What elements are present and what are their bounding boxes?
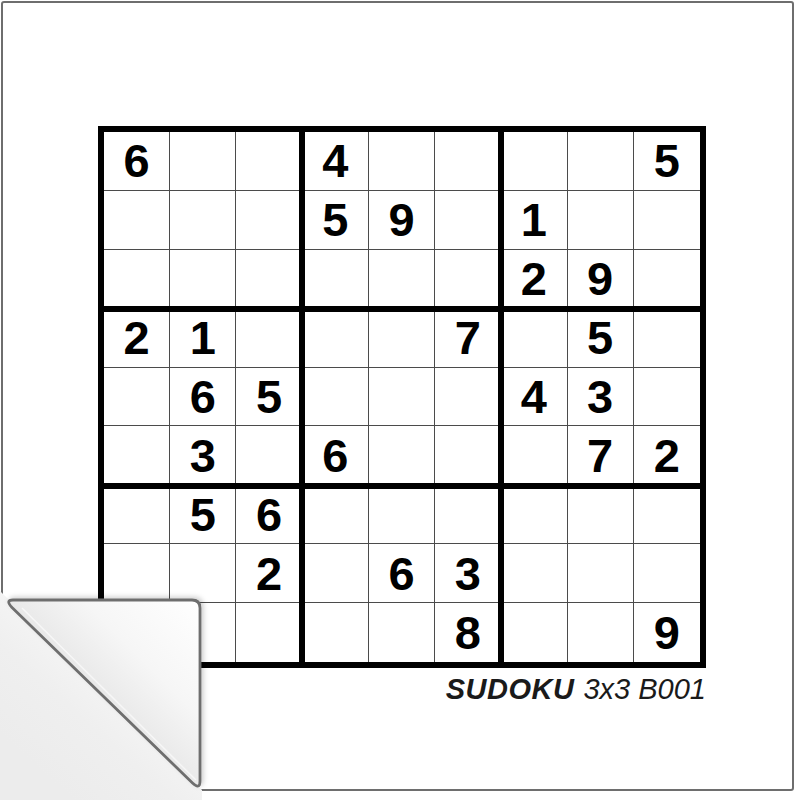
cell-r7c7[interactable] — [501, 485, 567, 544]
cell-r7c8[interactable] — [568, 485, 634, 544]
block-separator-horizontal-1 — [98, 306, 706, 312]
cell-r5c7[interactable]: 4 — [501, 368, 567, 427]
cell-r7c9[interactable] — [634, 485, 700, 544]
cell-r9c1[interactable] — [104, 603, 170, 662]
cell-r5c4[interactable] — [303, 368, 369, 427]
cell-r8c9[interactable] — [634, 544, 700, 603]
cell-r9c5[interactable] — [369, 603, 435, 662]
cell-r4c8[interactable]: 5 — [568, 309, 634, 368]
cell-r3c7[interactable]: 2 — [501, 250, 567, 309]
cell-r1c7[interactable] — [501, 132, 567, 191]
cell-r9c4[interactable] — [303, 603, 369, 662]
cell-r5c6[interactable] — [435, 368, 501, 427]
cell-r1c9[interactable]: 5 — [634, 132, 700, 191]
cell-r1c3[interactable] — [236, 132, 302, 191]
cell-r6c7[interactable] — [501, 426, 567, 485]
cell-r3c2[interactable] — [170, 250, 236, 309]
cell-r3c5[interactable] — [369, 250, 435, 309]
cell-r3c6[interactable] — [435, 250, 501, 309]
cell-r6c6[interactable] — [435, 426, 501, 485]
cell-r5c5[interactable] — [369, 368, 435, 427]
cell-r2c9[interactable] — [634, 191, 700, 250]
cell-r7c4[interactable] — [303, 485, 369, 544]
cell-r2c3[interactable] — [236, 191, 302, 250]
cell-r8c3[interactable]: 2 — [236, 544, 302, 603]
cell-r2c1[interactable] — [104, 191, 170, 250]
page-background: 645591292175654336725626389 SUDOKU3x3 B0… — [0, 0, 800, 800]
cell-r8c8[interactable] — [568, 544, 634, 603]
cell-r4c1[interactable]: 2 — [104, 309, 170, 368]
cell-r7c3[interactable]: 6 — [236, 485, 302, 544]
cell-r4c9[interactable] — [634, 309, 700, 368]
cell-r6c9[interactable]: 2 — [634, 426, 700, 485]
cell-r7c5[interactable] — [369, 485, 435, 544]
cell-r3c9[interactable] — [634, 250, 700, 309]
cell-r8c6[interactable]: 3 — [435, 544, 501, 603]
cell-r3c3[interactable] — [236, 250, 302, 309]
cell-r4c7[interactable] — [501, 309, 567, 368]
cell-r5c2[interactable]: 6 — [170, 368, 236, 427]
cell-r7c6[interactable] — [435, 485, 501, 544]
cell-r4c2[interactable]: 1 — [170, 309, 236, 368]
cell-r3c4[interactable] — [303, 250, 369, 309]
block-separator-horizontal-2 — [98, 483, 706, 489]
cell-r8c5[interactable]: 6 — [369, 544, 435, 603]
cell-r6c4[interactable]: 6 — [303, 426, 369, 485]
cell-r6c1[interactable] — [104, 426, 170, 485]
cell-r8c2[interactable] — [170, 544, 236, 603]
cell-r3c1[interactable] — [104, 250, 170, 309]
cell-r1c2[interactable] — [170, 132, 236, 191]
sudoku-grid: 645591292175654336725626389 — [98, 126, 706, 668]
block-separator-vertical-1 — [299, 126, 305, 668]
cell-r6c3[interactable] — [236, 426, 302, 485]
cell-r4c4[interactable] — [303, 309, 369, 368]
cell-r1c5[interactable] — [369, 132, 435, 191]
cell-r8c7[interactable] — [501, 544, 567, 603]
cell-r6c2[interactable]: 3 — [170, 426, 236, 485]
cell-r5c3[interactable]: 5 — [236, 368, 302, 427]
cell-r7c2[interactable]: 5 — [170, 485, 236, 544]
caption-title: SUDOKU — [446, 673, 575, 705]
cell-r9c3[interactable] — [236, 603, 302, 662]
cell-r8c4[interactable] — [303, 544, 369, 603]
cell-r6c5[interactable] — [369, 426, 435, 485]
cell-r2c5[interactable]: 9 — [369, 191, 435, 250]
cell-r4c5[interactable] — [369, 309, 435, 368]
cell-r1c8[interactable] — [568, 132, 634, 191]
cell-r2c2[interactable] — [170, 191, 236, 250]
cell-r9c9[interactable]: 9 — [634, 603, 700, 662]
block-separator-vertical-2 — [498, 126, 504, 668]
cell-r7c1[interactable] — [104, 485, 170, 544]
cell-r6c8[interactable]: 7 — [568, 426, 634, 485]
cell-r2c6[interactable] — [435, 191, 501, 250]
cell-r5c8[interactable]: 3 — [568, 368, 634, 427]
cell-r9c7[interactable] — [501, 603, 567, 662]
cell-r1c1[interactable]: 6 — [104, 132, 170, 191]
caption-subtitle: 3x3 B001 — [583, 673, 706, 705]
cell-r8c1[interactable] — [104, 544, 170, 603]
cell-r2c4[interactable]: 5 — [303, 191, 369, 250]
cell-r1c6[interactable] — [435, 132, 501, 191]
cell-r4c6[interactable]: 7 — [435, 309, 501, 368]
cell-r9c2[interactable] — [170, 603, 236, 662]
cell-r9c8[interactable] — [568, 603, 634, 662]
cell-r5c1[interactable] — [104, 368, 170, 427]
cell-r1c4[interactable]: 4 — [303, 132, 369, 191]
cell-r3c8[interactable]: 9 — [568, 250, 634, 309]
cell-r5c9[interactable] — [634, 368, 700, 427]
cell-r2c8[interactable] — [568, 191, 634, 250]
caption: SUDOKU3x3 B001 — [446, 673, 706, 706]
cell-r4c3[interactable] — [236, 309, 302, 368]
cell-r9c6[interactable]: 8 — [435, 603, 501, 662]
cell-r2c7[interactable]: 1 — [501, 191, 567, 250]
